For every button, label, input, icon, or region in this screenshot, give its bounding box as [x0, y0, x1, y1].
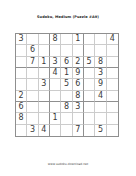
cell-r1c5[interactable] — [61, 34, 72, 45]
cell-r4c8[interactable]: 3 — [95, 68, 106, 79]
cell-r1c2[interactable] — [27, 34, 38, 45]
cell-r9c5[interactable] — [61, 125, 72, 136]
cell-r6c9[interactable] — [107, 91, 118, 102]
cell-r8c8[interactable] — [95, 113, 106, 124]
cell-r5c2[interactable] — [27, 79, 38, 90]
cell-r3c4[interactable]: 3 — [50, 57, 61, 68]
cell-r8c2[interactable] — [27, 113, 38, 124]
cell-r4c9[interactable] — [107, 68, 118, 79]
cell-r2c4[interactable] — [50, 45, 61, 56]
cell-r8c7[interactable] — [84, 113, 95, 124]
cell-r1c9[interactable]: 4 — [107, 34, 118, 45]
cell-r5c5[interactable]: 5 — [61, 79, 72, 90]
cell-r4c1[interactable] — [16, 68, 27, 79]
cell-r8c5[interactable] — [61, 113, 72, 124]
cell-r7c5[interactable]: 8 — [61, 102, 72, 113]
cell-r7c2[interactable] — [27, 102, 38, 113]
cell-r4c6[interactable]: 9 — [73, 68, 84, 79]
cell-r3c6[interactable]: 2 — [73, 57, 84, 68]
cell-r6c5[interactable] — [61, 91, 72, 102]
cell-r8c3[interactable] — [39, 113, 50, 124]
cell-r6c7[interactable] — [84, 91, 95, 102]
cell-r3c5[interactable]: 6 — [61, 57, 72, 68]
cell-r2c2[interactable]: 6 — [27, 45, 38, 56]
cell-r6c2[interactable] — [27, 91, 38, 102]
cell-r5c9[interactable] — [107, 79, 118, 90]
cell-r1c3[interactable] — [39, 34, 50, 45]
cell-r5c4[interactable] — [50, 79, 61, 90]
cell-r7c1[interactable]: 6 — [16, 102, 27, 113]
cell-r9c1[interactable] — [16, 125, 27, 136]
cell-r6c4[interactable] — [50, 91, 61, 102]
cell-r2c6[interactable] — [73, 45, 84, 56]
cell-r1c6[interactable]: 1 — [73, 34, 84, 45]
cell-r5c6[interactable]: 6 — [73, 79, 84, 90]
cell-r8c6[interactable] — [73, 113, 84, 124]
cell-r7c6[interactable]: 3 — [73, 102, 84, 113]
cell-r9c9[interactable] — [107, 125, 118, 136]
cell-r5c8[interactable]: 9 — [95, 79, 106, 90]
cell-r6c3[interactable] — [39, 91, 50, 102]
sudoku-sheet: { "game": "sudoku", "title": "Sudoku, Me… — [0, 0, 136, 176]
cell-r2c7[interactable] — [84, 45, 95, 56]
cell-r4c7[interactable] — [84, 68, 95, 79]
cell-r3c3[interactable]: 1 — [39, 57, 50, 68]
page-title: Sudoku, Medium (Puzzle #A9) — [0, 15, 136, 19]
cell-r7c7[interactable] — [84, 102, 95, 113]
cell-r5c3[interactable]: 3 — [39, 79, 50, 90]
cell-r2c1[interactable] — [16, 45, 27, 56]
cell-r4c2[interactable] — [27, 68, 38, 79]
cell-r9c7[interactable] — [84, 125, 95, 136]
cell-r7c4[interactable] — [50, 102, 61, 113]
cell-r9c3[interactable]: 4 — [39, 125, 50, 136]
cell-r5c7[interactable] — [84, 79, 95, 90]
cell-r1c4[interactable]: 8 — [50, 34, 61, 45]
cell-r1c1[interactable]: 3 — [16, 34, 27, 45]
cell-r6c6[interactable]: 8 — [73, 91, 84, 102]
cell-r2c5[interactable] — [61, 45, 72, 56]
cell-r8c4[interactable]: 1 — [50, 113, 61, 124]
cell-r8c9[interactable] — [107, 113, 118, 124]
cell-r9c6[interactable]: 7 — [73, 125, 84, 136]
cell-r8c1[interactable]: 8 — [16, 113, 27, 124]
cell-r7c8[interactable] — [95, 102, 106, 113]
cell-r3c1[interactable] — [16, 57, 27, 68]
cell-r3c7[interactable]: 5 — [84, 57, 95, 68]
cell-r1c7[interactable] — [84, 34, 95, 45]
cell-r3c8[interactable]: 8 — [95, 57, 106, 68]
sudoku-grid: 38146713625841933569284683813475 — [15, 33, 119, 137]
cell-r3c2[interactable]: 7 — [27, 57, 38, 68]
cell-r9c2[interactable]: 3 — [27, 125, 38, 136]
cell-r2c9[interactable] — [107, 45, 118, 56]
cell-r7c3[interactable] — [39, 102, 50, 113]
cell-r2c3[interactable] — [39, 45, 50, 56]
cell-r4c3[interactable] — [39, 68, 50, 79]
cell-r4c4[interactable]: 4 — [50, 68, 61, 79]
cell-r6c1[interactable]: 2 — [16, 91, 27, 102]
footer-url: www.sudoku-download.net — [0, 162, 136, 166]
cell-r2c8[interactable] — [95, 45, 106, 56]
cell-r6c8[interactable]: 4 — [95, 91, 106, 102]
cell-r1c8[interactable] — [95, 34, 106, 45]
cell-r4c5[interactable]: 1 — [61, 68, 72, 79]
cell-r9c4[interactable] — [50, 125, 61, 136]
cell-r5c1[interactable] — [16, 79, 27, 90]
cell-r7c9[interactable] — [107, 102, 118, 113]
cell-r3c9[interactable] — [107, 57, 118, 68]
cell-r9c8[interactable]: 5 — [95, 125, 106, 136]
